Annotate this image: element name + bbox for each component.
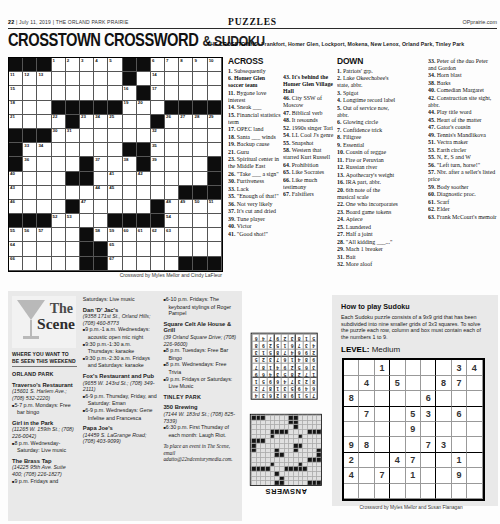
crossword-cell-number: 16 [124,87,129,91]
crossword-cell: 58 [94,228,108,242]
answer-sudoku-cell: 9 [295,384,302,391]
answer-crossword-cell [256,420,261,425]
crossword-cell: 31 [66,129,80,143]
answer-sudoku-cell: 6 [310,384,317,391]
crossword-cell [165,186,179,200]
sudoku-cell [467,407,482,422]
clue: 46. City SSW of Moscow [283,95,334,109]
sudoku-cell: 4 [467,360,482,375]
crossword-cell-number: 65 [109,243,114,247]
sudoku-cell [436,391,451,406]
scene-event: ■9:30 p.m.-2:30 a.m. Fridays and Saturda… [83,355,158,369]
answer-sudoku-cell: 4 [266,370,273,377]
answer-crossword-cell [251,462,256,467]
clue: 26. "Take ___ a sign" [228,171,281,178]
clue-number: 56. [428,162,437,168]
crossword-cell-number: 38 [124,158,129,162]
answer-crossword-cell [251,424,256,429]
clue: 33. Peter of the duo Peter and Gordon [428,58,497,72]
clue: 57. Nbr. after a seller's listed price [428,169,497,183]
answer-crossword-cell [284,457,289,462]
answer-sudoku-cell: 4 [259,334,266,341]
crossword-cell [151,242,165,256]
scene-name: The Brass Tap [12,458,77,465]
across-clues-col2: 43. It's behind the Homer Glen Village H… [283,58,334,308]
answer-crossword-cell [270,429,275,434]
clue: 56. "Left turn, horse!" [428,162,497,169]
crossword-cell [66,172,80,186]
answer-crossword-cell [270,466,275,471]
crossword-cell: 43 [9,186,23,200]
answer-sudoku-cell: 9 [310,356,317,363]
crossword-cell [208,242,222,256]
crossword-cell: 12 [23,72,37,86]
answer-crossword-cell [288,420,293,425]
crossword-cell-number: 27 [180,115,185,119]
crossword-cell [37,86,51,100]
crossword-cell: 38 [123,157,137,171]
crossword-cell-number: 42 [138,172,143,176]
answer-sudoku-cell: 4 [288,348,295,355]
clue-number: 35. [228,193,237,199]
crossword-cell [179,157,193,171]
crossword-cell: 42 [137,172,151,186]
answer-crossword-cell [270,420,275,425]
crossword-cell [108,200,122,214]
answer-sudoku-cell: 4 [274,363,281,370]
sudoku-cell [406,360,421,375]
answer-sudoku-cell: 1 [266,363,273,370]
crossword-cell [193,257,207,271]
answer-crossword-cell [307,480,312,485]
answer-crossword-cell [302,415,307,420]
answer-crossword-cell [288,429,293,434]
title-crossword: CROSSTOWN CROSSWORD [8,30,198,50]
crossword-cell [137,200,151,214]
sudoku-cell: 5 [406,407,421,422]
square-bullet-icon: ■ [163,377,165,382]
answer-crossword-cell [302,462,307,467]
crossword-cell-number: 9 [194,59,196,63]
answer-crossword-cell [265,424,270,429]
clue-number: 67. [283,191,292,197]
crossword-cell [193,72,207,86]
answer-crossword-cell [265,415,270,420]
sudoku-cell [452,484,467,499]
crossword-cell: 28 [193,115,207,129]
answer-crossword-cell [302,420,307,425]
clue: 64. Prohibition [283,162,334,169]
answer-crossword-cell [288,480,293,485]
crossword-cell-number: 39 [152,158,157,162]
crossword-cell [80,214,94,228]
crossword-cell-number: 63 [166,229,171,233]
clue: 55. Snapshot [283,140,334,147]
clue-number: 25. [337,224,346,230]
sudoku-cell: 7 [406,453,421,468]
clue-number: 44. [428,109,437,115]
crossword-cell: 2 [66,58,80,72]
clue-number: 23. [337,209,346,215]
answer-crossword-cell [307,466,312,471]
crossword-cell-number: 56 [24,229,29,233]
scene-addr: (9358 171st St., Orland Hills; (708) 460… [83,313,158,326]
crossword-cell [23,129,37,143]
sudoku-cell [375,407,390,422]
sudoku-cell [390,468,405,483]
sudoku-cell [467,376,482,391]
crossword-cell-number: 34 [38,144,43,148]
clue-number: 3. [337,90,343,96]
crossword-cell [94,86,108,100]
answer-crossword-cell [302,476,307,481]
scene-event: ■9 p.m. Fridays and [12,478,77,486]
crossword-cell-number: 52 [53,215,58,219]
sudoku-cell [467,437,482,452]
answer-crossword-cell [316,480,321,485]
crossword-cell: 67 [108,257,122,271]
clue: 43. It's behind the Homer Glen Village H… [283,74,334,95]
crossword-cell [52,242,66,256]
square-bullet-icon: ■ [83,394,85,399]
answer-crossword-cell [316,420,321,425]
answer-crossword-cell [302,452,307,457]
crossword-cell-number: 46 [10,200,15,204]
crossword-cell-number: 3 [81,59,83,63]
crossword-cell [137,129,151,143]
crossword-cell [80,172,94,186]
crossword-cell [165,101,179,115]
crossword-cell-number: 10 [209,59,214,63]
answer-crossword-cell [251,415,256,420]
crossword-cell-number: 67 [109,257,114,261]
clue-number: 62. [428,206,437,212]
crossword-cell-number: 26 [166,115,171,119]
clue-number: 26. [228,171,237,177]
sudoku-cell [375,422,390,437]
crossword-cell [123,115,137,129]
answer-crossword-cell [312,434,317,439]
answer-crossword-cell [284,438,289,443]
crossword-cell: 14 [151,72,165,86]
answer-crossword-cell [302,429,307,434]
answer-crossword-cell [307,420,312,425]
answer-crossword-cell [260,443,265,448]
crossword-cell: 27 [179,115,193,129]
answer-crossword-cell [260,415,265,420]
answer-crossword-cell [293,429,298,434]
answer-crossword-cell [256,476,261,481]
square-bullet-icon: ■ [163,425,165,430]
answer-crossword-cell [279,457,284,462]
sudoku-cell [359,391,374,406]
answer-sudoku-cell: 7 [252,363,259,370]
crossword-cell [165,172,179,186]
clue-number: 9. [337,142,343,148]
answer-crossword-cell [265,448,270,453]
crossword-cell [23,101,37,115]
scene-city: TINLEY PARK [163,394,238,401]
crossword-cell [108,157,122,171]
clue-number: 38. [428,80,437,86]
answer-crossword-cell [270,443,275,448]
clue: 51. Vectra maker [428,139,497,146]
sudoku-cell: 1 [375,360,390,375]
answer-crossword-cell [274,424,279,429]
answer-sudoku-cell: 9 [281,363,288,370]
clue: 12. Russian river [337,164,399,171]
sudoku-cell [467,484,482,499]
crossword-cell: 19 [123,101,137,115]
crossword-cell-number: 53 [67,215,72,219]
crossword-cell [137,143,151,157]
crossword-cell-number: 33 [24,144,29,148]
crossword-cell: 18 [9,101,23,115]
crossword-cell [193,143,207,157]
answer-crossword-cell [270,476,275,481]
crossword-cell-number: 41 [109,172,114,176]
scene-event: ■6:30 p.m. First Thursday of each month:… [163,424,238,438]
crossword-cell-number: 37 [95,158,100,162]
crossword-cell [208,214,222,228]
crossword-cell [123,257,137,271]
answer-crossword-cell [316,434,321,439]
answer-crossword-cell [307,448,312,453]
clue-number: 58. [283,147,292,153]
crossword-cell: 23 [80,115,94,129]
crosstowns-list: THE CROSSTOWNS: Frankfort, Homer Glen, L… [207,41,495,47]
answer-sudoku-cell: 7 [266,334,273,341]
crossword-cell-number: 22 [53,115,58,119]
sudoku-cell [390,422,405,437]
answer-crossword-cell [288,466,293,471]
crossword-cell-number: 29 [209,115,214,119]
clue-number: 27. [337,231,346,237]
crossword-cell [193,186,207,200]
crossword-cell: 33 [23,143,37,157]
square-bullet-icon: ■ [163,362,165,367]
crossword-cell: 32 [151,129,165,143]
clue-number: 1. [337,68,343,74]
crossword-cell [23,172,37,186]
crossword-cell [179,172,193,186]
answer-crossword-cell [284,424,289,429]
answer-crossword-cell [260,434,265,439]
answer-crossword-cell [312,420,317,425]
clue-number: 12. [337,164,346,170]
answer-crossword-cell [312,476,317,481]
sudoku-cell [406,484,421,499]
clue-number: 22. [337,201,346,207]
clue: 38. Barks [428,80,497,87]
clue-number: 66. [283,177,292,183]
crossword-cell-number: 5 [109,59,111,63]
answer-crossword-cell [307,443,312,448]
scene-column-1: The Scene WHERE YOU WANT TO BE SEEN THIS… [12,296,77,516]
crossword-cell-number: 45 [109,186,114,190]
answer-crossword-cell [293,462,298,467]
crossword-cell: 48 [165,200,179,214]
answer-crossword-cell [312,471,317,476]
sudoku-cell: 7 [452,376,467,391]
scene-name: Girl in the Park [12,420,77,427]
answer-crossword-cell [312,480,317,485]
crossword-cell [193,101,207,115]
crossword-cell: 9 [193,58,207,72]
answer-crossword-cell [316,443,321,448]
answer-crossword-cell [251,471,256,476]
crossword-cell [94,101,108,115]
crossword-cell-number: 59 [109,229,114,233]
answer-crossword-cell [256,462,261,467]
answer-sudoku-cell: 7 [288,377,295,384]
crossword-cell [66,186,80,200]
answer-crossword-cell [265,462,270,467]
sudoku-cell: 8 [359,437,374,452]
answer-crossword-cell [256,471,261,476]
clue: 10. Cousin of reggae [337,149,399,156]
crossword-cell-number: 43 [10,186,15,190]
crossword-cell: 6 [151,58,165,72]
answer-crossword-cell [279,434,284,439]
scene-event: ■6-10 p.m. Fridays: The keyboard styling… [163,296,238,317]
answer-crossword-cell [274,448,279,453]
answer-crossword-cell [274,457,279,462]
sudoku-cell [436,422,451,437]
answer-crossword-cell [274,466,279,471]
crossword-cell: 37 [94,157,108,171]
answer-crossword-cell [270,415,275,420]
answer-sudoku-cell: 8 [274,348,281,355]
crossword-cell [123,186,137,200]
answer-crossword-cell [288,438,293,443]
crossword-cell-number: 14 [152,73,157,77]
answer-sudoku-cell: 9 [274,334,281,341]
crossword-byline: Crossword by Myles Mellor and Cindy LaFl… [8,272,222,278]
crossword-cell: 51 [208,200,222,214]
sudoku-cell [452,422,467,437]
crossword-cell: 5 [108,58,122,72]
answer-crossword-cell [298,471,303,476]
clue-number: 23. [228,156,237,162]
clue: 48. It resounds [283,117,334,124]
scene-event: ■5-7 p.m. Mondays: Free bar bingo [12,402,77,416]
crossword-cell [52,101,66,115]
clue: 61. Scarf [428,199,497,206]
clue: 60. Diagnostic proc. [428,191,497,198]
answer-sudoku-cell: 1 [302,334,309,341]
clue-number: 6. [337,119,343,125]
crossword-cell [52,86,66,100]
answer-crossword-cell [288,452,293,457]
crossword-cell [151,214,165,228]
clue: 54. LL Cool J's genre [283,132,334,139]
answer-crossword-cell [260,457,265,462]
clue-number: 32. [337,261,346,267]
clue-number: 13. [337,172,346,178]
answers-sudoku-grid: 7519826346495318728237469511728534693652… [251,333,318,400]
crossword-cell: 52 [52,214,66,228]
square-bullet-icon: ■ [163,348,165,353]
crossword-cell [37,129,51,143]
crossword-cell [23,200,37,214]
crossword-cell: 20 [137,101,151,115]
answer-crossword-cell [270,424,275,429]
sudoku-cell: 3 [452,360,467,375]
sudoku-cell: 4 [344,468,359,483]
crossword-cell [66,257,80,271]
scene-event: ■8 p.m. Wednesdays: Free Trivia [163,361,238,375]
answer-crossword-cell [265,434,270,439]
answer-sudoku-cell: 5 [259,377,266,384]
crossword-cell [37,242,51,256]
crossword-cell-number: 8 [180,59,182,63]
answer-crossword-cell [288,476,293,481]
answer-crossword-cell [279,415,284,420]
answer-crossword-cell [316,457,321,462]
answer-sudoku-cell: 4 [281,377,288,384]
answer-crossword-cell [298,424,303,429]
answer-sudoku-cell: 9 [288,392,295,399]
answer-crossword-cell [260,476,265,481]
crossword-cell-number: 55 [10,229,15,233]
answer-crossword-cell [284,476,289,481]
scene-tagline: WHERE YOU WANT TO BE SEEN THIS WEEKEND [12,351,77,367]
clue-number: 42. [428,95,437,101]
clue-number: 52. [283,125,292,131]
answer-crossword-cell [307,429,312,434]
scene-name: Papa Joe's [83,425,158,432]
answer-crossword-cell [307,434,312,439]
answer-crossword-cell [260,438,265,443]
down-clues-col2: 33. Peter of the duo Peter and Gordon34.… [428,58,497,292]
clue: 17. OPEC land [228,126,281,133]
crossword-cell: 61 [137,228,151,242]
crossword-cell [94,72,108,86]
answer-sudoku-cell: 5 [295,363,302,370]
answer-crossword-cell [256,480,261,485]
clue: 37. It's cut and dried [228,208,281,215]
crossword-cell [66,143,80,157]
scene-name: Square Celt Ale House & Grill [163,321,238,334]
sudoku-cell: 7 [359,407,374,422]
crossword-cell [151,257,165,271]
clue-number: 18. [228,134,237,140]
crossword-cell: 24 [94,115,108,129]
crossword-cell [37,214,51,228]
crossword-cell [80,72,94,86]
clue-number: 40. [228,223,237,229]
crossword-cell [52,186,66,200]
sudoku-cell [421,484,436,499]
answer-crossword-cell [293,424,298,429]
crossword-cell-number: 31 [67,129,72,133]
answer-crossword-cell [288,471,293,476]
answer-crossword-cell [293,457,298,462]
answer-crossword-cell [260,471,265,476]
crossword-cell [193,242,207,256]
answer-crossword-cell [284,471,289,476]
crossword-cell: 63 [165,228,179,242]
scene-name: Traverso's Restaurant [12,382,77,389]
answer-crossword-cell [256,457,261,462]
clue: 2. Lake Okeechobee's state, abbr. [337,75,399,89]
answer-sudoku-cell: 3 [281,384,288,391]
scene-event: ■9:30 p.m.-1:30 a.m. Thursdays: karaoke [83,341,158,355]
scene-event: ■9 p.m. Fridays or Saturdays: Live Music [163,376,238,390]
answer-crossword-cell [251,466,256,471]
crossword-cell [208,157,222,171]
